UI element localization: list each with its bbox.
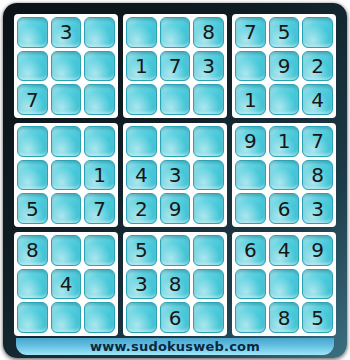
- cell-r8c9[interactable]: [302, 269, 333, 300]
- cell-r2c6[interactable]: 3: [193, 51, 224, 82]
- site-url[interactable]: www.sudokusweb.com: [90, 339, 260, 354]
- cell-r2c1[interactable]: [17, 51, 48, 82]
- cell-r4c8[interactable]: 1: [269, 126, 300, 157]
- cell-r7c3[interactable]: [84, 235, 115, 266]
- cell-r2c4[interactable]: 1: [126, 51, 157, 82]
- cell-r3c1[interactable]: 7: [17, 84, 48, 115]
- cell-r3c4[interactable]: [126, 84, 157, 115]
- cell-r2c3[interactable]: [84, 51, 115, 82]
- cell-r4c1[interactable]: [17, 126, 48, 157]
- cell-r5c8[interactable]: [269, 160, 300, 191]
- cell-r1c1[interactable]: [17, 17, 48, 48]
- cell-r4c3[interactable]: [84, 126, 115, 157]
- cell-r7c8[interactable]: 4: [269, 235, 300, 266]
- cell-r1c6[interactable]: 8: [193, 17, 224, 48]
- cell-r2c5[interactable]: 7: [160, 51, 191, 82]
- cell-r5c1[interactable]: [17, 160, 48, 191]
- cell-r4c7[interactable]: 9: [235, 126, 266, 157]
- cell-r5c3[interactable]: 1: [84, 160, 115, 191]
- block-1-3: 759214: [232, 14, 336, 118]
- block-3-2: 5386: [123, 232, 227, 336]
- cell-r6c5[interactable]: 9: [160, 193, 191, 224]
- cell-r5c9[interactable]: 8: [302, 160, 333, 191]
- cell-r1c2[interactable]: 3: [51, 17, 82, 48]
- cell-r9c3[interactable]: [84, 302, 115, 333]
- cell-r3c2[interactable]: [51, 84, 82, 115]
- cell-r2c2[interactable]: [51, 51, 82, 82]
- cell-r9c2[interactable]: [51, 302, 82, 333]
- cell-r6c7[interactable]: [235, 193, 266, 224]
- cell-r3c8[interactable]: [269, 84, 300, 115]
- cell-r6c9[interactable]: 3: [302, 193, 333, 224]
- cell-r6c6[interactable]: [193, 193, 224, 224]
- cell-r8c2[interactable]: 4: [51, 269, 82, 300]
- cell-r4c2[interactable]: [51, 126, 82, 157]
- cell-r8c5[interactable]: 8: [160, 269, 191, 300]
- cell-r2c9[interactable]: 2: [302, 51, 333, 82]
- cell-r5c6[interactable]: [193, 160, 224, 191]
- cell-r8c6[interactable]: [193, 269, 224, 300]
- cell-r9c7[interactable]: [235, 302, 266, 333]
- cell-r8c4[interactable]: 3: [126, 269, 157, 300]
- cell-r9c8[interactable]: 8: [269, 302, 300, 333]
- footer-bar: www.sudokusweb.com: [16, 338, 334, 355]
- cell-r7c6[interactable]: [193, 235, 224, 266]
- cell-r7c5[interactable]: [160, 235, 191, 266]
- cell-r1c4[interactable]: [126, 17, 157, 48]
- cell-r1c3[interactable]: [84, 17, 115, 48]
- cell-r4c6[interactable]: [193, 126, 224, 157]
- cell-r8c3[interactable]: [84, 269, 115, 300]
- cell-r5c5[interactable]: 3: [160, 160, 191, 191]
- cell-r6c2[interactable]: [51, 193, 82, 224]
- board-frame: 378173759214157432991786384538664985 www…: [3, 3, 347, 358]
- cell-r5c4[interactable]: 4: [126, 160, 157, 191]
- cell-r3c6[interactable]: [193, 84, 224, 115]
- cell-r9c1[interactable]: [17, 302, 48, 333]
- cell-r8c8[interactable]: [269, 269, 300, 300]
- cell-r9c6[interactable]: [193, 302, 224, 333]
- cell-r4c9[interactable]: 7: [302, 126, 333, 157]
- cell-r7c1[interactable]: 8: [17, 235, 48, 266]
- cell-r4c5[interactable]: [160, 126, 191, 157]
- cell-r7c9[interactable]: 9: [302, 235, 333, 266]
- cell-r9c9[interactable]: 5: [302, 302, 333, 333]
- cell-r1c9[interactable]: [302, 17, 333, 48]
- cell-r5c7[interactable]: [235, 160, 266, 191]
- cell-r7c2[interactable]: [51, 235, 82, 266]
- block-2-3: 917863: [232, 123, 336, 227]
- cell-r6c1[interactable]: 5: [17, 193, 48, 224]
- sudoku-board: 378173759214157432991786384538664985: [14, 14, 336, 336]
- cell-r5c2[interactable]: [51, 160, 82, 191]
- block-3-3: 64985: [232, 232, 336, 336]
- cell-r6c8[interactable]: 6: [269, 193, 300, 224]
- block-2-2: 4329: [123, 123, 227, 227]
- cell-r3c3[interactable]: [84, 84, 115, 115]
- cell-r1c5[interactable]: [160, 17, 191, 48]
- cell-r3c5[interactable]: [160, 84, 191, 115]
- cell-r2c8[interactable]: 9: [269, 51, 300, 82]
- cell-r9c5[interactable]: 6: [160, 302, 191, 333]
- block-2-1: 157: [14, 123, 118, 227]
- block-1-1: 37: [14, 14, 118, 118]
- cell-r1c7[interactable]: 7: [235, 17, 266, 48]
- cell-r6c4[interactable]: 2: [126, 193, 157, 224]
- cell-r3c9[interactable]: 4: [302, 84, 333, 115]
- cell-r7c4[interactable]: 5: [126, 235, 157, 266]
- cell-r4c4[interactable]: [126, 126, 157, 157]
- cell-r9c4[interactable]: [126, 302, 157, 333]
- cell-r8c7[interactable]: [235, 269, 266, 300]
- cell-r7c7[interactable]: 6: [235, 235, 266, 266]
- cell-r8c1[interactable]: [17, 269, 48, 300]
- block-3-1: 84: [14, 232, 118, 336]
- cell-r1c8[interactable]: 5: [269, 17, 300, 48]
- cell-r2c7[interactable]: [235, 51, 266, 82]
- cell-r6c3[interactable]: 7: [84, 193, 115, 224]
- block-1-2: 8173: [123, 14, 227, 118]
- cell-r3c7[interactable]: 1: [235, 84, 266, 115]
